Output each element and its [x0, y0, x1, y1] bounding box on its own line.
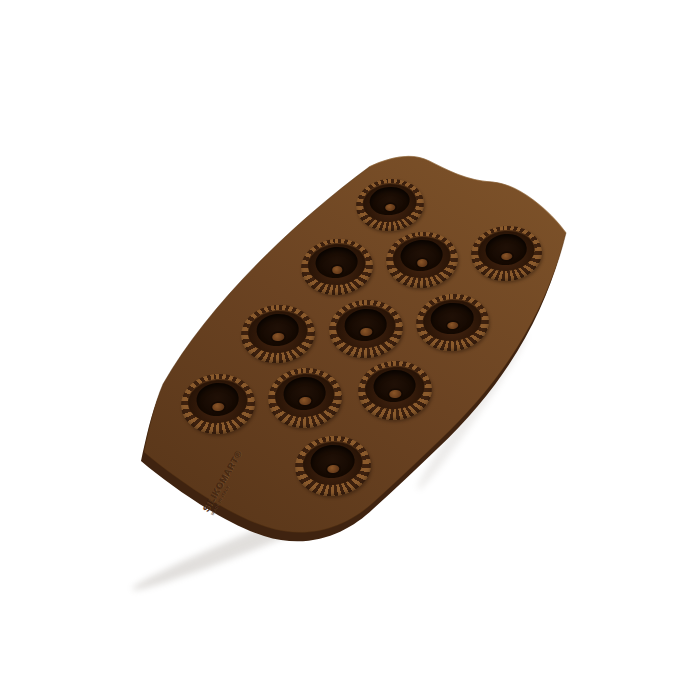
cavity-dot	[446, 321, 458, 329]
mold-cavity	[356, 357, 435, 422]
cavity-grid	[0, 0, 695, 695]
mold-cavity	[299, 236, 376, 298]
mold-cavity	[293, 433, 374, 499]
product-photo: SILIKOMART® MADE IN ITALY	[0, 0, 695, 695]
mold-cavity	[239, 302, 318, 366]
mold-cavity	[468, 223, 544, 284]
mold-cavity	[413, 290, 491, 353]
mold-cavity	[179, 371, 258, 437]
cavity-dot	[501, 252, 512, 260]
mold-cavity	[384, 229, 461, 291]
mold-cavity	[354, 176, 426, 234]
cavity-dot	[389, 389, 401, 398]
mold-cavity	[327, 297, 406, 361]
mold-cavity	[266, 365, 345, 431]
